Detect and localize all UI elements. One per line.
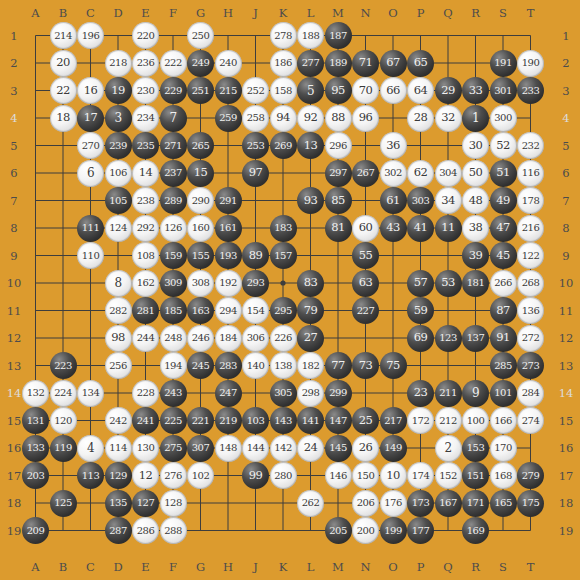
row-label-left-7: 7 — [10, 194, 17, 208]
stone-L11: 79 — [297, 297, 324, 324]
stone-D11: 282 — [105, 297, 132, 324]
stone-J12: 306 — [242, 325, 269, 352]
stone-E5: 235 — [132, 132, 159, 159]
stone-B14: 224 — [50, 380, 77, 407]
stone-N9: 55 — [352, 242, 379, 269]
stone-N8: 60 — [352, 215, 379, 242]
stone-N19: 200 — [352, 517, 379, 544]
stone-L10: 83 — [297, 270, 324, 297]
col-label-bottom-D: D — [113, 560, 122, 574]
stone-N3: 70 — [352, 77, 379, 104]
stone-F6: 237 — [160, 160, 187, 187]
stone-E8: 292 — [132, 215, 159, 242]
row-label-left-14: 14 — [7, 386, 22, 400]
stone-G8: 160 — [187, 215, 214, 242]
stone-O6: 302 — [380, 160, 407, 187]
stone-R18: 171 — [462, 490, 489, 517]
stone-D7: 105 — [105, 187, 132, 214]
col-label-bottom-T: T — [527, 560, 535, 574]
row-label-left-12: 12 — [7, 331, 22, 345]
stone-G1: 250 — [187, 22, 214, 49]
stone-M5: 296 — [325, 132, 352, 159]
stone-N13: 73 — [352, 352, 379, 379]
stone-S5: 52 — [490, 132, 517, 159]
stone-G13: 245 — [187, 352, 214, 379]
col-label-top-A: A — [31, 6, 39, 20]
stone-E19: 286 — [132, 517, 159, 544]
stone-J4: 258 — [242, 105, 269, 132]
stone-C6: 6 — [77, 160, 104, 187]
stone-S15: 166 — [490, 407, 517, 434]
stone-M16: 145 — [325, 435, 352, 462]
row-label-right-3: 3 — [562, 84, 569, 98]
stone-N6: 267 — [352, 160, 379, 187]
stone-F14: 243 — [160, 380, 187, 407]
stone-N11: 227 — [352, 297, 379, 324]
col-label-top-C: C — [86, 6, 95, 20]
row-label-left-6: 6 — [10, 166, 17, 180]
stone-O16: 149 — [380, 435, 407, 462]
stone-O5: 36 — [380, 132, 407, 159]
stone-P6: 62 — [407, 160, 434, 187]
go-board[interactable]: AABBCCDDEEFFGGHHJJKKLLMMNNOOPPQQRRSSTT11… — [0, 0, 580, 580]
stone-S4: 300 — [490, 105, 517, 132]
stone-K14: 305 — [270, 380, 297, 407]
row-label-left-17: 17 — [7, 469, 22, 483]
stone-P8: 41 — [407, 215, 434, 242]
stone-F19: 288 — [160, 517, 187, 544]
stone-H7: 291 — [215, 187, 242, 214]
row-label-left-19: 19 — [7, 524, 22, 538]
col-label-bottom-G: G — [196, 560, 205, 574]
stone-T11: 136 — [517, 297, 544, 324]
stone-R6: 50 — [462, 160, 489, 187]
stone-Q3: 29 — [435, 77, 462, 104]
stone-Q4: 32 — [435, 105, 462, 132]
row-label-right-18: 18 — [559, 496, 574, 510]
stone-C3: 16 — [77, 77, 104, 104]
row-label-right-11: 11 — [559, 304, 574, 318]
stone-E18: 127 — [132, 490, 159, 517]
stone-L18: 262 — [297, 490, 324, 517]
stone-J9: 89 — [242, 242, 269, 269]
stone-M2: 189 — [325, 50, 352, 77]
col-label-top-F: F — [169, 6, 177, 20]
stone-E4: 234 — [132, 105, 159, 132]
stone-R12: 137 — [462, 325, 489, 352]
stone-G15: 221 — [187, 407, 214, 434]
stone-R15: 100 — [462, 407, 489, 434]
stone-N4: 96 — [352, 105, 379, 132]
stone-E14: 228 — [132, 380, 159, 407]
col-label-top-J: J — [253, 6, 258, 20]
stone-D10: 8 — [105, 270, 132, 297]
row-label-right-9: 9 — [562, 249, 569, 263]
stone-S6: 51 — [490, 160, 517, 187]
col-label-bottom-A: A — [31, 560, 39, 574]
stone-P4: 28 — [407, 105, 434, 132]
col-label-top-S: S — [499, 6, 507, 20]
stone-R8: 38 — [462, 215, 489, 242]
stone-G12: 246 — [187, 325, 214, 352]
stone-S3: 301 — [490, 77, 517, 104]
stone-A15: 131 — [22, 407, 49, 434]
stone-D6: 106 — [105, 160, 132, 187]
stone-L14: 298 — [297, 380, 324, 407]
col-label-top-N: N — [360, 6, 370, 20]
stone-D18: 135 — [105, 490, 132, 517]
col-label-top-H: H — [223, 6, 233, 20]
stone-Q17: 152 — [435, 462, 462, 489]
row-label-left-18: 18 — [7, 496, 22, 510]
stone-M7: 85 — [325, 187, 352, 214]
col-label-bottom-M: M — [332, 560, 344, 574]
stone-M4: 88 — [325, 105, 352, 132]
stone-R16: 153 — [462, 435, 489, 462]
stone-E12: 244 — [132, 325, 159, 352]
stone-C1: 196 — [77, 22, 104, 49]
stone-E1: 220 — [132, 22, 159, 49]
stone-G9: 155 — [187, 242, 214, 269]
stone-T14: 284 — [517, 380, 544, 407]
col-label-top-P: P — [417, 6, 425, 20]
stone-A19: 209 — [22, 517, 49, 544]
stone-Q16: 2 — [435, 435, 462, 462]
stone-E9: 108 — [132, 242, 159, 269]
stone-M6: 297 — [325, 160, 352, 187]
stone-S7: 49 — [490, 187, 517, 214]
stone-L13: 182 — [297, 352, 324, 379]
row-label-right-2: 2 — [562, 56, 569, 70]
stone-Q12: 123 — [435, 325, 462, 352]
row-label-right-5: 5 — [562, 139, 569, 153]
stone-H15: 219 — [215, 407, 242, 434]
stone-L15: 141 — [297, 407, 324, 434]
stone-G17: 102 — [187, 462, 214, 489]
stone-B1: 214 — [50, 22, 77, 49]
row-label-right-1: 1 — [562, 29, 569, 43]
stone-K4: 94 — [270, 105, 297, 132]
col-label-top-G: G — [196, 6, 205, 20]
stone-L12: 27 — [297, 325, 324, 352]
stone-S18: 165 — [490, 490, 517, 517]
row-label-right-12: 12 — [559, 331, 574, 345]
col-label-top-E: E — [141, 6, 149, 20]
stone-P12: 69 — [407, 325, 434, 352]
stone-M15: 147 — [325, 407, 352, 434]
stone-D12: 98 — [105, 325, 132, 352]
stone-H13: 283 — [215, 352, 242, 379]
stone-A16: 133 — [22, 435, 49, 462]
stone-T2: 190 — [517, 50, 544, 77]
stone-F13: 194 — [160, 352, 187, 379]
col-label-top-K: K — [279, 6, 288, 20]
stone-C8: 111 — [77, 215, 104, 242]
stone-T18: 175 — [517, 490, 544, 517]
row-label-left-10: 10 — [7, 276, 22, 290]
stone-S14: 101 — [490, 380, 517, 407]
stone-C5: 270 — [77, 132, 104, 159]
col-label-bottom-H: H — [223, 560, 233, 574]
stone-N2: 71 — [352, 50, 379, 77]
col-label-bottom-S: S — [499, 560, 507, 574]
stone-S8: 47 — [490, 215, 517, 242]
stone-Q6: 304 — [435, 160, 462, 187]
stone-D19: 287 — [105, 517, 132, 544]
stone-O15: 217 — [380, 407, 407, 434]
stone-T12: 272 — [517, 325, 544, 352]
stone-B4: 18 — [50, 105, 77, 132]
stone-R19: 169 — [462, 517, 489, 544]
stone-C17: 113 — [77, 462, 104, 489]
stone-F11: 185 — [160, 297, 187, 324]
stone-F15: 225 — [160, 407, 187, 434]
stone-S11: 87 — [490, 297, 517, 324]
stone-K8: 183 — [270, 215, 297, 242]
stone-F3: 229 — [160, 77, 187, 104]
stone-T6: 116 — [517, 160, 544, 187]
stone-P11: 59 — [407, 297, 434, 324]
stone-E7: 238 — [132, 187, 159, 214]
stone-Q10: 53 — [435, 270, 462, 297]
stone-Q15: 212 — [435, 407, 462, 434]
stone-H16: 148 — [215, 435, 242, 462]
stone-O13: 75 — [380, 352, 407, 379]
stone-P17: 174 — [407, 462, 434, 489]
stone-Q18: 167 — [435, 490, 462, 517]
stone-A14: 132 — [22, 380, 49, 407]
stone-P2: 65 — [407, 50, 434, 77]
stone-K13: 138 — [270, 352, 297, 379]
stone-R3: 33 — [462, 77, 489, 104]
stone-C4: 17 — [77, 105, 104, 132]
stone-L5: 13 — [297, 132, 324, 159]
stone-T3: 233 — [517, 77, 544, 104]
stone-R10: 181 — [462, 270, 489, 297]
stone-F5: 271 — [160, 132, 187, 159]
stone-K12: 226 — [270, 325, 297, 352]
stone-C9: 110 — [77, 242, 104, 269]
stone-B2: 20 — [50, 50, 77, 77]
row-label-right-4: 4 — [562, 111, 569, 125]
stone-J3: 252 — [242, 77, 269, 104]
stone-E11: 281 — [132, 297, 159, 324]
stone-G3: 251 — [187, 77, 214, 104]
stone-M19: 205 — [325, 517, 352, 544]
stone-M8: 81 — [325, 215, 352, 242]
stone-J16: 144 — [242, 435, 269, 462]
stone-F9: 159 — [160, 242, 187, 269]
stone-F4: 7 — [160, 105, 187, 132]
col-label-bottom-N: N — [360, 560, 370, 574]
row-label-left-16: 16 — [7, 441, 22, 455]
stone-F8: 126 — [160, 215, 187, 242]
row-label-right-15: 15 — [559, 414, 574, 428]
stone-G6: 15 — [187, 160, 214, 187]
stone-O3: 66 — [380, 77, 407, 104]
stone-Q7: 34 — [435, 187, 462, 214]
stone-P15: 172 — [407, 407, 434, 434]
stone-B13: 223 — [50, 352, 77, 379]
stone-P18: 173 — [407, 490, 434, 517]
col-label-top-Q: Q — [443, 6, 452, 20]
stone-A17: 203 — [22, 462, 49, 489]
col-label-top-L: L — [307, 6, 315, 20]
stone-T15: 274 — [517, 407, 544, 434]
stone-M14: 299 — [325, 380, 352, 407]
stone-B3: 22 — [50, 77, 77, 104]
stone-R9: 39 — [462, 242, 489, 269]
stone-F12: 248 — [160, 325, 187, 352]
row-label-left-1: 1 — [10, 29, 17, 43]
stone-R4: 1 — [462, 105, 489, 132]
star-point-K10 — [280, 280, 285, 285]
stone-C16: 4 — [77, 435, 104, 462]
stone-H11: 294 — [215, 297, 242, 324]
col-label-top-O: O — [388, 6, 397, 20]
stone-D5: 239 — [105, 132, 132, 159]
stone-H9: 193 — [215, 242, 242, 269]
stone-T17: 279 — [517, 462, 544, 489]
col-label-bottom-F: F — [169, 560, 177, 574]
stone-J5: 253 — [242, 132, 269, 159]
row-label-right-10: 10 — [559, 276, 574, 290]
stone-O2: 67 — [380, 50, 407, 77]
stone-G10: 308 — [187, 270, 214, 297]
stone-D4: 3 — [105, 105, 132, 132]
stone-K9: 157 — [270, 242, 297, 269]
stone-T13: 273 — [517, 352, 544, 379]
stone-N17: 150 — [352, 462, 379, 489]
stone-G16: 307 — [187, 435, 214, 462]
stone-K2: 186 — [270, 50, 297, 77]
stone-P7: 303 — [407, 187, 434, 214]
stone-M3: 95 — [325, 77, 352, 104]
stone-T5: 232 — [517, 132, 544, 159]
stone-B18: 125 — [50, 490, 77, 517]
stone-F2: 222 — [160, 50, 187, 77]
stone-T10: 268 — [517, 270, 544, 297]
stone-K5: 269 — [270, 132, 297, 159]
stone-J15: 103 — [242, 407, 269, 434]
stone-K1: 278 — [270, 22, 297, 49]
row-label-right-16: 16 — [559, 441, 574, 455]
stone-O7: 61 — [380, 187, 407, 214]
row-label-right-14: 14 — [559, 386, 574, 400]
stone-N16: 26 — [352, 435, 379, 462]
col-label-bottom-K: K — [279, 560, 288, 574]
row-label-right-19: 19 — [559, 524, 574, 538]
col-label-top-M: M — [332, 6, 344, 20]
stone-S16: 170 — [490, 435, 517, 462]
stone-K15: 143 — [270, 407, 297, 434]
stone-H10: 192 — [215, 270, 242, 297]
stone-E17: 12 — [132, 462, 159, 489]
col-label-top-R: R — [471, 6, 480, 20]
stone-E16: 130 — [132, 435, 159, 462]
row-label-left-11: 11 — [7, 304, 22, 318]
stone-O8: 43 — [380, 215, 407, 242]
stone-K17: 280 — [270, 462, 297, 489]
stone-H3: 215 — [215, 77, 242, 104]
stone-E2: 236 — [132, 50, 159, 77]
stone-L7: 93 — [297, 187, 324, 214]
row-label-left-9: 9 — [10, 249, 17, 263]
stone-K16: 142 — [270, 435, 297, 462]
stone-H2: 240 — [215, 50, 242, 77]
stone-H8: 161 — [215, 215, 242, 242]
stone-N18: 206 — [352, 490, 379, 517]
row-label-left-15: 15 — [7, 414, 22, 428]
stone-S9: 45 — [490, 242, 517, 269]
stone-Q8: 11 — [435, 215, 462, 242]
stone-G7: 290 — [187, 187, 214, 214]
stone-R7: 48 — [462, 187, 489, 214]
stone-F10: 309 — [160, 270, 187, 297]
col-label-bottom-J: J — [253, 560, 258, 574]
stone-F17: 276 — [160, 462, 187, 489]
stone-L2: 277 — [297, 50, 324, 77]
stone-P3: 64 — [407, 77, 434, 104]
stone-H14: 247 — [215, 380, 242, 407]
stone-E3: 230 — [132, 77, 159, 104]
row-label-right-17: 17 — [559, 469, 574, 483]
stone-O18: 176 — [380, 490, 407, 517]
col-label-top-T: T — [527, 6, 535, 20]
stone-E6: 14 — [132, 160, 159, 187]
stone-D15: 242 — [105, 407, 132, 434]
col-label-bottom-C: C — [86, 560, 95, 574]
stone-O19: 199 — [380, 517, 407, 544]
stone-T7: 178 — [517, 187, 544, 214]
stone-M13: 77 — [325, 352, 352, 379]
stone-D16: 114 — [105, 435, 132, 462]
row-label-left-2: 2 — [10, 56, 17, 70]
stone-N15: 25 — [352, 407, 379, 434]
stone-M17: 146 — [325, 462, 352, 489]
col-label-bottom-P: P — [417, 560, 425, 574]
stone-G5: 265 — [187, 132, 214, 159]
col-label-bottom-Q: Q — [443, 560, 452, 574]
stone-R14: 9 — [462, 380, 489, 407]
stone-P14: 23 — [407, 380, 434, 407]
row-label-right-8: 8 — [562, 221, 569, 235]
stone-B16: 119 — [50, 435, 77, 462]
row-label-left-3: 3 — [10, 84, 17, 98]
stone-F7: 289 — [160, 187, 187, 214]
row-label-right-13: 13 — [559, 359, 574, 373]
col-label-bottom-B: B — [59, 560, 67, 574]
stone-L4: 92 — [297, 105, 324, 132]
stone-D17: 129 — [105, 462, 132, 489]
stone-G11: 163 — [187, 297, 214, 324]
stone-L1: 188 — [297, 22, 324, 49]
stone-D13: 256 — [105, 352, 132, 379]
stone-F18: 128 — [160, 490, 187, 517]
stone-L16: 24 — [297, 435, 324, 462]
stone-K3: 158 — [270, 77, 297, 104]
stone-R17: 151 — [462, 462, 489, 489]
stone-S12: 91 — [490, 325, 517, 352]
stone-F16: 275 — [160, 435, 187, 462]
row-label-left-4: 4 — [10, 111, 17, 125]
stone-L3: 5 — [297, 77, 324, 104]
stone-H12: 184 — [215, 325, 242, 352]
stone-S2: 191 — [490, 50, 517, 77]
stone-E10: 162 — [132, 270, 159, 297]
stone-S17: 168 — [490, 462, 517, 489]
col-label-bottom-O: O — [388, 560, 397, 574]
